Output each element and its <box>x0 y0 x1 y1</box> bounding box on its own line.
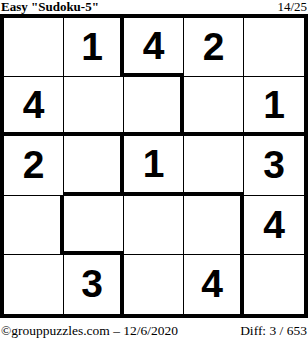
cell-r2c5: 1 <box>244 77 304 136</box>
cell-r1c4: 2 <box>184 18 244 77</box>
cell-r5c1[interactable] <box>4 255 64 314</box>
sudoku-grid: 14241213434 <box>0 14 308 318</box>
puzzle-title: Easy "Sudoku-5" <box>1 0 99 14</box>
cell-r1c3: 4 <box>124 18 184 77</box>
cell-r5c5[interactable] <box>244 255 304 314</box>
copyright-text: ©grouppuzzles.com – 12/6/2020 <box>1 323 178 339</box>
puzzle-progress: 14/25 <box>277 0 307 14</box>
cell-r4c1[interactable] <box>4 196 64 255</box>
cell-r4c4[interactable] <box>184 196 244 255</box>
cell-r2c4[interactable] <box>184 77 244 136</box>
header: Easy "Sudoku-5" 14/25 <box>0 0 308 14</box>
cell-r4c5: 4 <box>244 196 304 255</box>
puzzle-page: Easy "Sudoku-5" 14/25 14241213434 ©group… <box>0 0 308 343</box>
cell-r1c2: 1 <box>64 18 124 77</box>
cell-r2c3[interactable] <box>124 77 184 136</box>
cell-r2c1: 4 <box>4 77 64 136</box>
cell-r3c2[interactable] <box>64 136 124 195</box>
cell-r3c3: 1 <box>124 136 184 195</box>
cell-r1c5[interactable] <box>244 18 304 77</box>
cell-r3c4[interactable] <box>184 136 244 195</box>
cell-r2c2[interactable] <box>64 77 124 136</box>
cell-r4c3[interactable] <box>124 196 184 255</box>
cell-r5c4: 4 <box>184 255 244 314</box>
cell-r1c1[interactable] <box>4 18 64 77</box>
footer: ©grouppuzzles.com – 12/6/2020 Diff: 3 / … <box>0 318 308 343</box>
cell-r3c5: 3 <box>244 136 304 195</box>
cell-r5c3[interactable] <box>124 255 184 314</box>
cell-r3c1: 2 <box>4 136 64 195</box>
cell-r4c2[interactable] <box>64 196 124 255</box>
cell-r5c2: 3 <box>64 255 124 314</box>
difficulty-text: Diff: 3 / 653 <box>240 323 307 339</box>
